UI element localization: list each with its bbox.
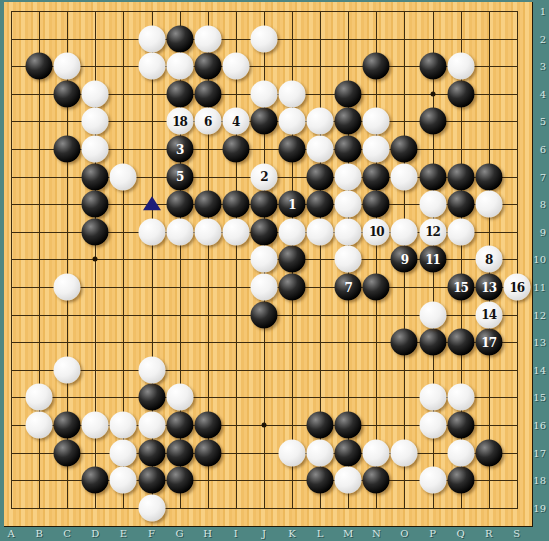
row-label: 8 [530, 199, 546, 210]
black-stone: 1 [279, 191, 306, 218]
white-stone [194, 218, 221, 245]
black-stone [82, 218, 109, 245]
white-stone [110, 467, 137, 494]
white-stone: 14 [475, 301, 502, 328]
white-stone [138, 494, 165, 521]
white-stone [447, 53, 474, 80]
white-stone [250, 25, 277, 52]
white-stone [250, 80, 277, 107]
white-stone [138, 218, 165, 245]
white-stone [475, 191, 502, 218]
white-stone [82, 412, 109, 439]
column-label: I [234, 528, 238, 539]
white-stone: 10 [363, 218, 390, 245]
white-stone [250, 246, 277, 273]
white-stone: 12 [419, 218, 446, 245]
star-point [93, 257, 98, 262]
move-number-label: 5 [176, 171, 183, 183]
move-number-label: 14 [481, 309, 496, 321]
white-stone [279, 108, 306, 135]
row-label: 3 [530, 61, 546, 72]
black-stone [54, 439, 81, 466]
black-stone [419, 108, 446, 135]
black-stone [307, 191, 334, 218]
column-label: E [120, 528, 127, 539]
white-stone [391, 218, 418, 245]
row-label: 11 [530, 282, 546, 293]
black-stone [166, 467, 193, 494]
white-stone [391, 163, 418, 190]
row-label: 5 [530, 116, 546, 127]
row-label: 12 [530, 309, 546, 320]
move-number-label: 6 [204, 115, 211, 127]
black-stone [335, 136, 362, 163]
move-number-label: 12 [425, 226, 440, 238]
black-stone [194, 53, 221, 80]
row-label: 2 [530, 33, 546, 44]
black-stone [391, 329, 418, 356]
white-stone: 18 [166, 108, 193, 135]
black-stone: 17 [475, 329, 502, 356]
black-stone [335, 80, 362, 107]
column-label: B [35, 528, 42, 539]
white-stone [110, 439, 137, 466]
grid-line [11, 453, 518, 454]
column-label: S [513, 528, 520, 539]
white-stone [250, 274, 277, 301]
row-label: 17 [530, 447, 546, 458]
black-stone [363, 274, 390, 301]
row-label: 4 [530, 88, 546, 99]
white-stone [194, 25, 221, 52]
grid-line [11, 370, 518, 371]
black-stone [447, 329, 474, 356]
row-label: 18 [530, 475, 546, 486]
triangle-marker [143, 196, 161, 210]
row-label: 9 [530, 226, 546, 237]
column-label: N [372, 528, 381, 539]
white-stone [222, 53, 249, 80]
white-stone [54, 274, 81, 301]
column-label: K [288, 528, 295, 539]
black-stone [307, 467, 334, 494]
goban[interactable]: 351911715131718642101281614 [4, 2, 533, 527]
column-label: G [176, 528, 184, 539]
black-stone [222, 136, 249, 163]
white-stone [391, 439, 418, 466]
white-stone [54, 53, 81, 80]
move-number-label: 13 [481, 281, 496, 293]
black-stone [250, 301, 277, 328]
black-stone [391, 136, 418, 163]
black-stone [54, 412, 81, 439]
column-label: A [7, 528, 14, 539]
column-label: P [429, 528, 436, 539]
black-stone [307, 412, 334, 439]
white-stone: 2 [250, 163, 277, 190]
white-stone [138, 25, 165, 52]
white-stone [166, 384, 193, 411]
white-stone [279, 439, 306, 466]
black-stone [82, 191, 109, 218]
black-stone [166, 25, 193, 52]
column-label: H [203, 528, 212, 539]
black-stone [194, 80, 221, 107]
black-stone [475, 163, 502, 190]
black-stone [194, 191, 221, 218]
white-stone [447, 384, 474, 411]
black-stone [279, 274, 306, 301]
column-label: F [148, 528, 155, 539]
black-stone [279, 246, 306, 273]
move-number-label: 8 [485, 253, 492, 265]
move-number-label: 11 [425, 253, 440, 265]
row-label: 19 [530, 502, 546, 513]
column-label: M [343, 528, 353, 539]
white-stone [307, 108, 334, 135]
white-stone [363, 439, 390, 466]
black-stone [250, 108, 277, 135]
white-stone [222, 218, 249, 245]
column-label: L [317, 528, 324, 539]
black-stone [335, 439, 362, 466]
black-stone: 7 [335, 274, 362, 301]
black-stone [335, 412, 362, 439]
white-stone [419, 384, 446, 411]
row-label: 7 [530, 171, 546, 182]
white-stone [166, 53, 193, 80]
white-stone [54, 356, 81, 383]
row-label: 16 [530, 420, 546, 431]
grid-line [376, 11, 377, 509]
move-number-label: 17 [481, 336, 496, 348]
white-stone [335, 191, 362, 218]
row-label: 6 [530, 144, 546, 155]
black-stone: 5 [166, 163, 193, 190]
row-label: 14 [530, 364, 546, 375]
black-stone [447, 412, 474, 439]
white-stone [419, 412, 446, 439]
black-stone [419, 53, 446, 80]
black-stone [447, 467, 474, 494]
black-stone [194, 412, 221, 439]
white-stone [138, 412, 165, 439]
black-stone: 11 [419, 246, 446, 273]
white-stone [447, 439, 474, 466]
black-stone [447, 80, 474, 107]
black-stone: 3 [166, 136, 193, 163]
white-stone [363, 136, 390, 163]
move-number-label: 4 [232, 115, 239, 127]
black-stone [363, 163, 390, 190]
grid-line [517, 11, 518, 509]
black-stone [419, 163, 446, 190]
move-number-label: 7 [345, 281, 352, 293]
black-stone [26, 53, 53, 80]
move-number-label: 16 [509, 281, 524, 293]
black-stone: 9 [391, 246, 418, 273]
column-label: C [63, 528, 71, 539]
black-stone [363, 53, 390, 80]
black-stone [279, 136, 306, 163]
white-stone [82, 136, 109, 163]
black-stone [138, 384, 165, 411]
white-stone: 8 [475, 246, 502, 273]
move-number-label: 3 [176, 143, 183, 155]
white-stone [26, 384, 53, 411]
black-stone [138, 439, 165, 466]
white-stone [279, 218, 306, 245]
white-stone [363, 108, 390, 135]
white-stone [110, 163, 137, 190]
black-stone: 13 [475, 274, 502, 301]
white-stone [307, 136, 334, 163]
move-number-label: 9 [401, 253, 408, 265]
black-stone [447, 191, 474, 218]
white-stone [138, 356, 165, 383]
white-stone [307, 218, 334, 245]
black-stone [222, 191, 249, 218]
white-stone [419, 191, 446, 218]
grid-line [11, 508, 518, 509]
column-label: J [262, 528, 266, 539]
black-stone [166, 191, 193, 218]
black-stone [82, 467, 109, 494]
white-stone [82, 80, 109, 107]
star-point [261, 423, 266, 428]
move-number-label: 1 [288, 198, 295, 210]
white-stone [335, 246, 362, 273]
white-stone [419, 467, 446, 494]
black-stone [363, 467, 390, 494]
black-stone [54, 136, 81, 163]
white-stone: 16 [503, 274, 530, 301]
column-label: O [400, 528, 408, 539]
row-label: 1 [530, 6, 546, 17]
black-stone [250, 191, 277, 218]
white-stone [26, 412, 53, 439]
black-stone [363, 191, 390, 218]
black-stone: 15 [447, 274, 474, 301]
star-point [430, 91, 435, 96]
row-label: 13 [530, 337, 546, 348]
white-stone: 4 [222, 108, 249, 135]
move-number-label: 10 [369, 226, 384, 238]
column-label: Q [456, 528, 464, 539]
black-stone [82, 163, 109, 190]
black-stone [475, 439, 502, 466]
black-stone [194, 439, 221, 466]
black-stone [447, 163, 474, 190]
white-stone: 6 [194, 108, 221, 135]
white-stone [110, 412, 137, 439]
board-frame: 351911715131718642101281614 ABCDEFGHIJKL… [0, 0, 549, 541]
white-stone [335, 218, 362, 245]
move-number-label: 15 [453, 281, 468, 293]
column-label: R [485, 528, 493, 539]
black-stone [335, 108, 362, 135]
white-stone [279, 80, 306, 107]
black-stone [166, 80, 193, 107]
white-stone [335, 467, 362, 494]
white-stone [447, 218, 474, 245]
white-stone [307, 439, 334, 466]
black-stone [166, 412, 193, 439]
black-stone [54, 80, 81, 107]
white-stone [335, 163, 362, 190]
black-stone [250, 218, 277, 245]
move-number-label: 2 [260, 171, 267, 183]
black-stone [166, 439, 193, 466]
white-stone [138, 53, 165, 80]
row-label: 10 [530, 254, 546, 265]
black-stone [138, 467, 165, 494]
black-stone [307, 163, 334, 190]
white-stone [419, 301, 446, 328]
white-stone [166, 218, 193, 245]
row-label: 15 [530, 392, 546, 403]
black-stone [419, 329, 446, 356]
white-stone [82, 108, 109, 135]
move-number-label: 18 [172, 115, 187, 127]
column-label: D [91, 528, 99, 539]
